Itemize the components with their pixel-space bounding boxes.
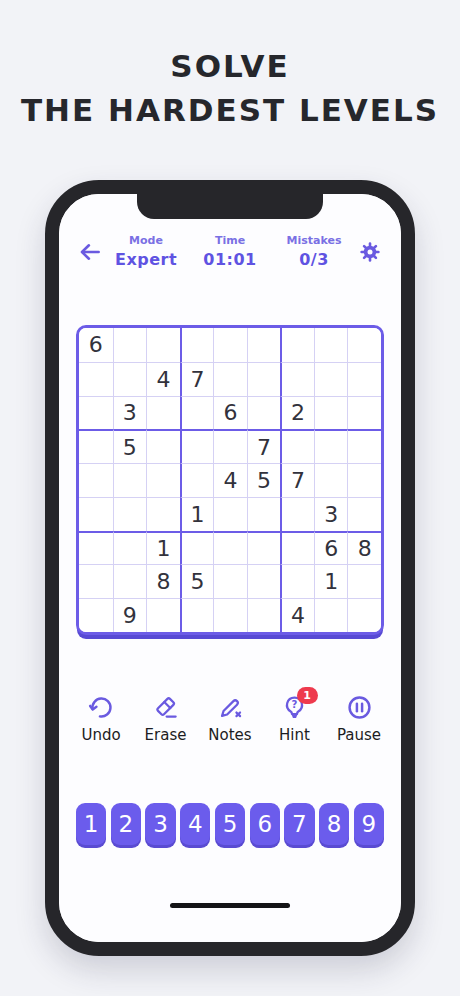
- sudoku-cell-r4c8[interactable]: [314, 429, 348, 463]
- numpad-key-8[interactable]: 8: [319, 803, 349, 845]
- sudoku-cell-r1c5[interactable]: [213, 328, 247, 362]
- sudoku-cell-r5c1[interactable]: [79, 463, 113, 497]
- sudoku-cell-r6c8[interactable]: 3: [314, 497, 348, 531]
- toolbar: Undo Erase: [72, 694, 388, 744]
- notes-button[interactable]: Notes: [201, 694, 259, 744]
- sudoku-cell-r8c4[interactable]: 5: [180, 564, 214, 598]
- pencil-notes-icon: [217, 694, 244, 721]
- numpad-key-5[interactable]: 5: [215, 803, 245, 845]
- sudoku-cell-r2c8[interactable]: [314, 362, 348, 396]
- numpad-key-7[interactable]: 7: [284, 803, 314, 845]
- sudoku-cell-r4c9[interactable]: [347, 429, 381, 463]
- sudoku-cell-r9c4[interactable]: [180, 598, 214, 632]
- mode-label: Mode: [104, 234, 188, 247]
- notes-label: Notes: [208, 726, 251, 744]
- sudoku-cell-r7c2[interactable]: [113, 531, 147, 565]
- sudoku-cell-r7c4[interactable]: [180, 531, 214, 565]
- sudoku-cell-r9c6[interactable]: [247, 598, 281, 632]
- sudoku-cell-r2c4[interactable]: 7: [180, 362, 214, 396]
- eraser-icon: [152, 694, 179, 721]
- time-value: 01:01: [188, 250, 272, 269]
- mode-value: Expert: [104, 250, 188, 269]
- page-title: SOLVE THE HARDEST LEVELS: [0, 44, 460, 132]
- sudoku-cell-r2c9[interactable]: [347, 362, 381, 396]
- sudoku-cell-r2c6[interactable]: [247, 362, 281, 396]
- sudoku-cell-r9c2[interactable]: 9: [113, 598, 147, 632]
- phone-mockup: Mode Expert Time 01:01 Mistakes 0/3: [45, 180, 415, 956]
- sudoku-cell-r7c6[interactable]: [247, 531, 281, 565]
- sudoku-cell-r5c4[interactable]: [180, 463, 214, 497]
- time-label: Time: [188, 234, 272, 247]
- sudoku-cell-r9c3[interactable]: [146, 598, 180, 632]
- svg-text:?: ?: [292, 699, 298, 710]
- sudoku-cell-r7c7[interactable]: [280, 531, 314, 565]
- sudoku-cell-r1c4[interactable]: [180, 328, 214, 362]
- sudoku-grid: 647362574571316885194: [76, 325, 384, 635]
- sudoku-cell-r1c1[interactable]: 6: [79, 328, 113, 362]
- sudoku-cell-r8c1[interactable]: [79, 564, 113, 598]
- sudoku-cell-r9c5[interactable]: [213, 598, 247, 632]
- sudoku-cell-r6c7[interactable]: [280, 497, 314, 531]
- sudoku-cell-r7c5[interactable]: [213, 531, 247, 565]
- settings-button[interactable]: [356, 238, 384, 266]
- time-stat: Time 01:01: [188, 234, 272, 269]
- sudoku-cell-r4c5[interactable]: [213, 429, 247, 463]
- erase-button[interactable]: Erase: [137, 694, 195, 744]
- number-pad: 123456789: [76, 803, 384, 845]
- sudoku-cell-r9c1[interactable]: [79, 598, 113, 632]
- sudoku-cell-r6c6[interactable]: [247, 497, 281, 531]
- undo-icon: [88, 694, 115, 721]
- back-button[interactable]: [76, 238, 104, 266]
- sudoku-cell-r6c1[interactable]: [79, 497, 113, 531]
- pause-label: Pause: [337, 726, 381, 744]
- sudoku-cell-r2c3[interactable]: 4: [146, 362, 180, 396]
- sudoku-cell-r7c9[interactable]: 8: [347, 531, 381, 565]
- numpad-key-4[interactable]: 4: [180, 803, 210, 845]
- mistakes-value: 0/3: [272, 250, 356, 269]
- sudoku-cell-r8c6[interactable]: [247, 564, 281, 598]
- sudoku-cell-r8c5[interactable]: [213, 564, 247, 598]
- sudoku-cell-r9c7[interactable]: 4: [280, 598, 314, 632]
- sudoku-cell-r8c3[interactable]: 8: [146, 564, 180, 598]
- sudoku-cell-r8c8[interactable]: 1: [314, 564, 348, 598]
- sudoku-cell-r4c4[interactable]: [180, 429, 214, 463]
- sudoku-cell-r3c1[interactable]: [79, 396, 113, 430]
- sudoku-cell-r7c3[interactable]: 1: [146, 531, 180, 565]
- sudoku-cell-r3c9[interactable]: [347, 396, 381, 430]
- mistakes-stat: Mistakes 0/3: [272, 234, 356, 269]
- mode-stat: Mode Expert: [104, 234, 188, 269]
- sudoku-cell-r5c8[interactable]: [314, 463, 348, 497]
- sudoku-cell-r4c1[interactable]: [79, 429, 113, 463]
- sudoku-cell-r5c5[interactable]: 4: [213, 463, 247, 497]
- sudoku-cell-r4c2[interactable]: 5: [113, 429, 147, 463]
- sudoku-cell-r3c8[interactable]: [314, 396, 348, 430]
- sudoku-cell-r8c7[interactable]: [280, 564, 314, 598]
- hint-badge: 1: [297, 687, 318, 704]
- sudoku-cell-r3c5[interactable]: 6: [213, 396, 247, 430]
- numpad-key-6[interactable]: 6: [250, 803, 280, 845]
- sudoku-cell-r1c6[interactable]: [247, 328, 281, 362]
- sudoku-cell-r8c9[interactable]: [347, 564, 381, 598]
- sudoku-cell-r5c7[interactable]: 7: [280, 463, 314, 497]
- sudoku-cell-r8c2[interactable]: [113, 564, 147, 598]
- sudoku-cell-r4c6[interactable]: 7: [247, 429, 281, 463]
- back-arrow-icon: [77, 239, 103, 265]
- pause-icon: [346, 694, 373, 721]
- sudoku-cell-r1c2[interactable]: [113, 328, 147, 362]
- sudoku-cell-r6c3[interactable]: [146, 497, 180, 531]
- erase-label: Erase: [145, 726, 187, 744]
- sudoku-cell-r6c2[interactable]: [113, 497, 147, 531]
- sudoku-cell-r5c6[interactable]: 5: [247, 463, 281, 497]
- sudoku-cell-r6c4[interactable]: 1: [180, 497, 214, 531]
- sudoku-cell-r1c3[interactable]: [146, 328, 180, 362]
- home-indicator: [170, 903, 290, 908]
- sudoku-cell-r3c2[interactable]: 3: [113, 396, 147, 430]
- numpad-key-3[interactable]: 3: [145, 803, 175, 845]
- sudoku-cell-r4c3[interactable]: [146, 429, 180, 463]
- sudoku-cell-r3c3[interactable]: [146, 396, 180, 430]
- sudoku-cell-r5c2[interactable]: [113, 463, 147, 497]
- hint-button[interactable]: ? 1 Hint: [266, 694, 324, 744]
- game-header: Mode Expert Time 01:01 Mistakes 0/3: [59, 234, 401, 269]
- sudoku-cell-r7c8[interactable]: 6: [314, 531, 348, 565]
- sudoku-cell-r6c5[interactable]: [213, 497, 247, 531]
- sudoku-cell-r9c8[interactable]: [314, 598, 348, 632]
- undo-label: Undo: [81, 726, 120, 744]
- hint-label: Hint: [279, 726, 310, 744]
- sudoku-cell-r2c1[interactable]: [79, 362, 113, 396]
- sudoku-cell-r4c7[interactable]: [280, 429, 314, 463]
- app-screen: Mode Expert Time 01:01 Mistakes 0/3: [59, 194, 401, 942]
- mistakes-label: Mistakes: [272, 234, 356, 247]
- page-title-line2: THE HARDEST LEVELS: [0, 88, 460, 132]
- numpad-key-1[interactable]: 1: [76, 803, 106, 845]
- gear-icon: [358, 240, 382, 264]
- sudoku-cell-r1c8[interactable]: [314, 328, 348, 362]
- sudoku-cell-r3c4[interactable]: [180, 396, 214, 430]
- sudoku-cell-r7c1[interactable]: [79, 531, 113, 565]
- numpad-key-9[interactable]: 9: [354, 803, 384, 845]
- sudoku-cell-r1c7[interactable]: [280, 328, 314, 362]
- sudoku-cell-r3c6[interactable]: [247, 396, 281, 430]
- sudoku-board: 647362574571316885194: [76, 325, 384, 635]
- sudoku-cell-r3c7[interactable]: 2: [280, 396, 314, 430]
- pause-button[interactable]: Pause: [330, 694, 388, 744]
- phone-notch: [137, 194, 323, 219]
- page-title-line1: SOLVE: [0, 44, 460, 88]
- sudoku-cell-r5c9[interactable]: [347, 463, 381, 497]
- sudoku-cell-r2c5[interactable]: [213, 362, 247, 396]
- sudoku-cell-r1c9[interactable]: [347, 328, 381, 362]
- sudoku-cell-r2c7[interactable]: [280, 362, 314, 396]
- sudoku-cell-r9c9[interactable]: [347, 598, 381, 632]
- sudoku-cell-r2c2[interactable]: [113, 362, 147, 396]
- sudoku-cell-r6c9[interactable]: [347, 497, 381, 531]
- numpad-key-2[interactable]: 2: [111, 803, 141, 845]
- undo-button[interactable]: Undo: [72, 694, 130, 744]
- sudoku-cell-r5c3[interactable]: [146, 463, 180, 497]
